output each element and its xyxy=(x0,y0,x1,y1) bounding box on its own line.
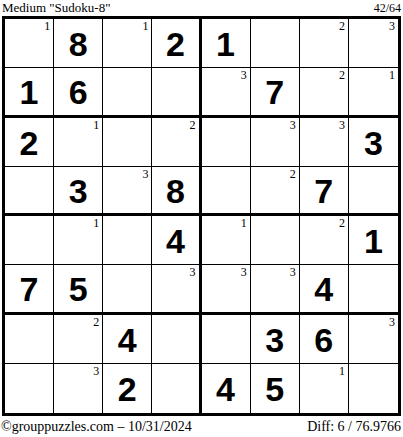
given-digit: 4 xyxy=(118,321,137,357)
given-digit: 7 xyxy=(265,73,284,109)
cell-r3c5[interactable] xyxy=(202,118,251,167)
cell-r1c4[interactable]: 2 xyxy=(152,19,201,68)
cell-r5c2[interactable]: 1 xyxy=(54,216,103,265)
corner-mark: 1 xyxy=(44,19,50,34)
given-digit: 2 xyxy=(118,370,137,406)
given-digit: 3 xyxy=(364,124,383,160)
sudoku-page: { "game": "Sudoku-8 (8x8 sudoku with 4x2… xyxy=(0,0,403,437)
cell-r2c3[interactable] xyxy=(103,68,152,117)
cell-r2c4[interactable] xyxy=(152,68,201,117)
corner-mark: 1 xyxy=(339,364,345,379)
given-digit: 7 xyxy=(20,270,39,306)
cell-r8c7[interactable]: 1 xyxy=(300,364,349,413)
given-digit: 4 xyxy=(314,270,333,306)
cell-r3c4[interactable]: 2 xyxy=(152,118,201,167)
corner-mark: 2 xyxy=(339,68,345,83)
given-digit: 1 xyxy=(216,25,235,61)
given-digit: 7 xyxy=(314,172,333,208)
cell-r3c1[interactable]: 2 xyxy=(5,118,54,167)
cell-r6c5[interactable]: 3 xyxy=(202,265,251,314)
given-digit: 6 xyxy=(69,73,88,109)
cell-r6c8[interactable] xyxy=(349,265,398,314)
cell-r1c2[interactable]: 8 xyxy=(54,19,103,68)
corner-mark: 3 xyxy=(290,118,296,133)
difficulty-rating: Diff: 6 / 76.9766 xyxy=(307,419,401,435)
cell-r4c1[interactable] xyxy=(5,167,54,216)
given-digit: 3 xyxy=(69,172,88,208)
corner-mark: 1 xyxy=(93,216,99,231)
corner-mark: 1 xyxy=(389,68,395,83)
cell-r7c7[interactable]: 6 xyxy=(300,315,349,364)
given-digit: 1 xyxy=(20,73,39,109)
cell-r2c5[interactable]: 3 xyxy=(202,68,251,117)
given-digit: 5 xyxy=(69,270,88,306)
corner-mark: 2 xyxy=(339,216,345,231)
given-digit: 4 xyxy=(216,370,235,406)
cell-r1c1[interactable]: 1 xyxy=(5,19,54,68)
corner-mark: 3 xyxy=(241,68,247,83)
cell-r2c1[interactable]: 1 xyxy=(5,68,54,117)
cell-r2c8[interactable]: 1 xyxy=(349,68,398,117)
cell-r5c1[interactable] xyxy=(5,216,54,265)
cell-r4c8[interactable] xyxy=(349,167,398,216)
cell-r7c5[interactable] xyxy=(202,315,251,364)
corner-mark: 2 xyxy=(339,19,345,34)
cell-r6c6[interactable]: 3 xyxy=(251,265,300,314)
cell-r6c4[interactable]: 3 xyxy=(152,265,201,314)
given-digit: 4 xyxy=(166,222,185,258)
cell-r3c7[interactable]: 3 xyxy=(300,118,349,167)
cell-r4c5[interactable] xyxy=(202,167,251,216)
cell-r8c8[interactable] xyxy=(349,364,398,413)
given-digit: 2 xyxy=(20,124,39,160)
copyright-date: ©grouppuzzles.com – 10/31/2024 xyxy=(1,419,192,435)
page-title: Medium "Sudoku-8" xyxy=(2,0,110,15)
cell-r8c3[interactable]: 2 xyxy=(103,364,152,413)
corner-mark: 1 xyxy=(93,118,99,133)
cell-r8c4[interactable] xyxy=(152,364,201,413)
corner-mark: 3 xyxy=(389,19,395,34)
cell-r2c2[interactable]: 6 xyxy=(54,68,103,117)
cell-r8c5[interactable]: 4 xyxy=(202,364,251,413)
cell-r5c6[interactable] xyxy=(251,216,300,265)
sudoku-board: 1812123163721212333338271412175333424363… xyxy=(2,16,401,416)
cell-r6c7[interactable]: 4 xyxy=(300,265,349,314)
corner-mark: 3 xyxy=(290,265,296,280)
corner-mark: 3 xyxy=(241,265,247,280)
cell-r2c6[interactable]: 7 xyxy=(251,68,300,117)
corner-mark: 3 xyxy=(389,315,395,330)
cell-r4c2[interactable]: 3 xyxy=(54,167,103,216)
cell-r6c2[interactable]: 5 xyxy=(54,265,103,314)
cell-r3c2[interactable]: 1 xyxy=(54,118,103,167)
corner-mark: 3 xyxy=(142,167,148,182)
cell-r1c6[interactable] xyxy=(251,19,300,68)
cell-r8c6[interactable]: 5 xyxy=(251,364,300,413)
corner-mark: 3 xyxy=(339,118,345,133)
cell-r1c5[interactable]: 1 xyxy=(202,19,251,68)
cell-r7c2[interactable]: 2 xyxy=(54,315,103,364)
corner-mark: 2 xyxy=(93,315,99,330)
cell-r4c7[interactable]: 7 xyxy=(300,167,349,216)
cell-r1c8[interactable]: 3 xyxy=(349,19,398,68)
cell-r4c6[interactable]: 2 xyxy=(251,167,300,216)
cell-r8c1[interactable] xyxy=(5,364,54,413)
cell-r5c5[interactable]: 1 xyxy=(202,216,251,265)
corner-mark: 1 xyxy=(142,19,148,34)
cell-r7c8[interactable]: 3 xyxy=(349,315,398,364)
cell-r3c3[interactable] xyxy=(103,118,152,167)
cell-r7c4[interactable] xyxy=(152,315,201,364)
cell-r7c3[interactable]: 4 xyxy=(103,315,152,364)
cell-r4c4[interactable]: 8 xyxy=(152,167,201,216)
corner-mark: 3 xyxy=(93,364,99,379)
cell-r5c7[interactable]: 2 xyxy=(300,216,349,265)
given-digit: 1 xyxy=(364,222,383,258)
given-digit: 5 xyxy=(265,370,284,406)
corner-mark: 3 xyxy=(190,265,196,280)
cell-r3c8[interactable]: 3 xyxy=(349,118,398,167)
given-digit: 6 xyxy=(314,321,333,357)
given-digit: 8 xyxy=(69,25,88,61)
cell-r2c7[interactable]: 2 xyxy=(300,68,349,117)
cell-r1c7[interactable]: 2 xyxy=(300,19,349,68)
cell-r3c6[interactable]: 3 xyxy=(251,118,300,167)
cell-r8c2[interactable]: 3 xyxy=(54,364,103,413)
cell-r5c3[interactable] xyxy=(103,216,152,265)
cell-r6c1[interactable]: 7 xyxy=(5,265,54,314)
given-digit: 3 xyxy=(265,321,284,357)
cell-r5c4[interactable]: 4 xyxy=(152,216,201,265)
corner-mark: 2 xyxy=(190,118,196,133)
cell-r1c3[interactable]: 1 xyxy=(103,19,152,68)
cell-r7c6[interactable]: 3 xyxy=(251,315,300,364)
progress-counter: 42/64 xyxy=(374,1,401,15)
cell-r4c3[interactable]: 3 xyxy=(103,167,152,216)
corner-mark: 2 xyxy=(290,167,296,182)
cell-r6c3[interactable] xyxy=(103,265,152,314)
cell-r5c8[interactable]: 1 xyxy=(349,216,398,265)
given-digit: 2 xyxy=(166,25,185,61)
given-digit: 8 xyxy=(166,172,185,208)
cell-r7c1[interactable] xyxy=(5,315,54,364)
corner-mark: 1 xyxy=(241,216,247,231)
